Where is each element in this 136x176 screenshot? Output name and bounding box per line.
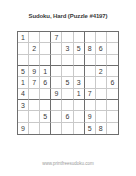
sudoku-cell-r1c2 (29, 32, 40, 43)
sudoku-cell-r7c8 (96, 100, 107, 111)
sudoku-cell-r6c5 (62, 89, 73, 100)
sudoku-cell-r6c7: 7 (85, 89, 96, 100)
sudoku-cell-r4c5 (62, 66, 73, 77)
sudoku-cell-r5c1: 1 (18, 77, 29, 88)
sudoku-cell-r3c4 (51, 55, 62, 66)
sudoku-cell-r6c9 (107, 89, 118, 100)
sudoku-cell-r5c6: 3 (74, 77, 85, 88)
sudoku-cell-r6c8 (96, 89, 107, 100)
sudoku-cell-r8c9 (107, 111, 118, 122)
sudoku-cell-r5c8 (96, 77, 107, 88)
sudoku-cell-r4c3: 1 (40, 66, 51, 77)
sudoku-cell-r9c3 (40, 123, 51, 134)
sudoku-cell-r7c6 (74, 100, 85, 111)
sudoku-cell-r4c2: 9 (29, 66, 40, 77)
sudoku-cell-r1c9 (107, 32, 118, 43)
sudoku-cell-r5c5: 5 (62, 77, 73, 88)
sudoku-cell-r4c1: 5 (18, 66, 29, 77)
sudoku-cell-r2c6: 5 (74, 43, 85, 54)
sudoku-cell-r9c1: 9 (18, 123, 29, 134)
sudoku-cell-r1c8 (96, 32, 107, 43)
sudoku-cell-r3c8 (96, 55, 107, 66)
sudoku-cell-r2c7: 8 (85, 43, 96, 54)
sudoku-cell-r7c1: 3 (18, 100, 29, 111)
sudoku-cell-r7c4 (51, 100, 62, 111)
sudoku-cell-r4c9 (107, 66, 118, 77)
sudoku-cell-r4c8: 2 (96, 66, 107, 77)
sudoku-cell-r3c9 (107, 55, 118, 66)
sudoku-cell-r2c1 (18, 43, 29, 54)
sudoku-cell-r4c6 (74, 66, 85, 77)
sudoku-cell-r8c1 (18, 111, 29, 122)
sudoku-cell-r3c6 (74, 55, 85, 66)
sudoku-cell-r8c5: 6 (62, 111, 73, 122)
sudoku-cell-r3c2 (29, 55, 40, 66)
sudoku-cell-r9c4 (51, 123, 62, 134)
sudoku-cell-r9c6 (74, 123, 85, 134)
sudoku-cell-r1c6 (74, 32, 85, 43)
sudoku-cell-r6c2 (29, 89, 40, 100)
sudoku-cell-r2c4 (51, 43, 62, 54)
sudoku-cell-r5c9: 6 (107, 77, 118, 88)
sudoku-cell-r9c8: 8 (96, 123, 107, 134)
sudoku-cell-r8c6 (74, 111, 85, 122)
sudoku-cell-r1c3 (40, 32, 51, 43)
sudoku-cell-r7c5 (62, 100, 73, 111)
sudoku-cell-r7c2 (29, 100, 40, 111)
sudoku-cell-r5c3: 6 (40, 77, 51, 88)
sudoku-cell-r8c2 (29, 111, 40, 122)
sudoku-cell-r9c5 (62, 123, 73, 134)
sudoku-cell-r8c3: 5 (40, 111, 51, 122)
sudoku-cell-r8c7: 9 (85, 111, 96, 122)
sudoku-cell-r8c8 (96, 111, 107, 122)
sudoku-cell-r9c7: 5 (85, 123, 96, 134)
sudoku-cell-r9c9 (107, 123, 118, 134)
sudoku-cell-r4c7 (85, 66, 96, 77)
sudoku-cell-r3c7 (85, 55, 96, 66)
sudoku-cell-r8c4 (51, 111, 62, 122)
sudoku-cell-r1c7 (85, 32, 96, 43)
sudoku-page: Sudoku, Hard (Puzzle #4197) 172358659121… (0, 0, 136, 176)
sudoku-cell-r5c7 (85, 77, 96, 88)
sudoku-cell-r1c1: 1 (18, 32, 29, 43)
puzzle-title: Sudoku, Hard (Puzzle #4197) (0, 13, 136, 19)
sudoku-cell-r5c4 (51, 77, 62, 88)
sudoku-cell-r2c3 (40, 43, 51, 54)
sudoku-cell-r2c9 (107, 43, 118, 54)
sudoku-cell-r2c2: 2 (29, 43, 40, 54)
footer-url: www.printfreesudoku.com (0, 161, 136, 166)
sudoku-cell-r3c5 (62, 55, 73, 66)
sudoku-cell-r2c5: 3 (62, 43, 73, 54)
sudoku-cell-r5c2: 7 (29, 77, 40, 88)
sudoku-cell-r7c9 (107, 100, 118, 111)
sudoku-cell-r6c4: 9 (51, 89, 62, 100)
sudoku-cell-r6c3 (40, 89, 51, 100)
sudoku-cell-r1c5 (62, 32, 73, 43)
sudoku-cell-r4c4 (51, 66, 62, 77)
sudoku-cell-r3c1 (18, 55, 29, 66)
sudoku-cell-r7c7 (85, 100, 96, 111)
sudoku-cell-r1c4: 7 (51, 32, 62, 43)
sudoku-cell-r7c3 (40, 100, 51, 111)
sudoku-grid: 1723586591217653649173569958 (17, 31, 119, 135)
sudoku-cell-r6c1: 4 (18, 89, 29, 100)
sudoku-cell-r3c3 (40, 55, 51, 66)
sudoku-cell-r6c6: 1 (74, 89, 85, 100)
sudoku-cell-r2c8: 6 (96, 43, 107, 54)
sudoku-cell-r9c2 (29, 123, 40, 134)
